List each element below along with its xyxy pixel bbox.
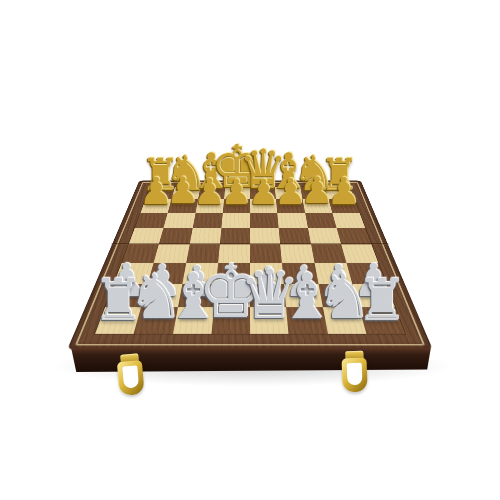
- square: [172, 187, 200, 199]
- latch-ring: [342, 358, 368, 393]
- square: [186, 244, 220, 263]
- square: [286, 307, 327, 334]
- square: [250, 228, 280, 245]
- square: [220, 228, 250, 245]
- brass-latch-left: [115, 352, 147, 398]
- square: [148, 263, 186, 284]
- fold-seam: [111, 243, 389, 245]
- square: [282, 263, 318, 284]
- square: [211, 307, 250, 334]
- board-scene: [67, 0, 433, 350]
- square: [159, 228, 192, 245]
- square: [250, 213, 279, 228]
- square: [224, 187, 250, 199]
- square: [250, 244, 282, 263]
- square: [325, 187, 355, 199]
- square: [277, 213, 307, 228]
- square: [164, 213, 196, 228]
- square: [214, 284, 250, 307]
- square: [168, 199, 198, 213]
- square: [250, 284, 286, 307]
- square: [250, 263, 284, 284]
- square: [341, 244, 378, 263]
- square: [173, 307, 214, 334]
- square: [328, 199, 359, 213]
- brass-latch-right: [340, 350, 370, 395]
- square: [300, 187, 328, 199]
- square: [305, 213, 337, 228]
- square: [218, 244, 250, 263]
- square: [250, 199, 277, 213]
- square: [332, 213, 365, 228]
- square: [134, 307, 178, 334]
- square: [129, 228, 164, 245]
- square: [198, 187, 225, 199]
- square: [250, 307, 289, 334]
- square: [250, 187, 276, 199]
- square: [195, 199, 224, 213]
- square: [154, 244, 190, 263]
- square: [135, 213, 168, 228]
- square: [336, 228, 371, 245]
- square: [275, 187, 302, 199]
- square: [221, 213, 250, 228]
- square: [223, 199, 250, 213]
- square: [189, 228, 221, 245]
- square: [141, 284, 182, 307]
- square: [284, 284, 322, 307]
- square: [141, 199, 172, 213]
- square: [279, 228, 311, 245]
- square: [178, 284, 216, 307]
- square: [308, 228, 341, 245]
- square: [280, 244, 314, 263]
- latch-ring: [117, 360, 145, 396]
- chess-board: [67, 180, 433, 350]
- square: [302, 199, 332, 213]
- square: [216, 263, 250, 284]
- square: [182, 263, 218, 284]
- chess-set-photo: ♜♞♝♚♛♝♞♜♟♟♟♟♟♟♟♟♟♟♟♟♟♟♟♟♜♞♝♚♛♝♞♜: [0, 0, 500, 500]
- square: [276, 199, 305, 213]
- square: [192, 213, 222, 228]
- square: [146, 187, 176, 199]
